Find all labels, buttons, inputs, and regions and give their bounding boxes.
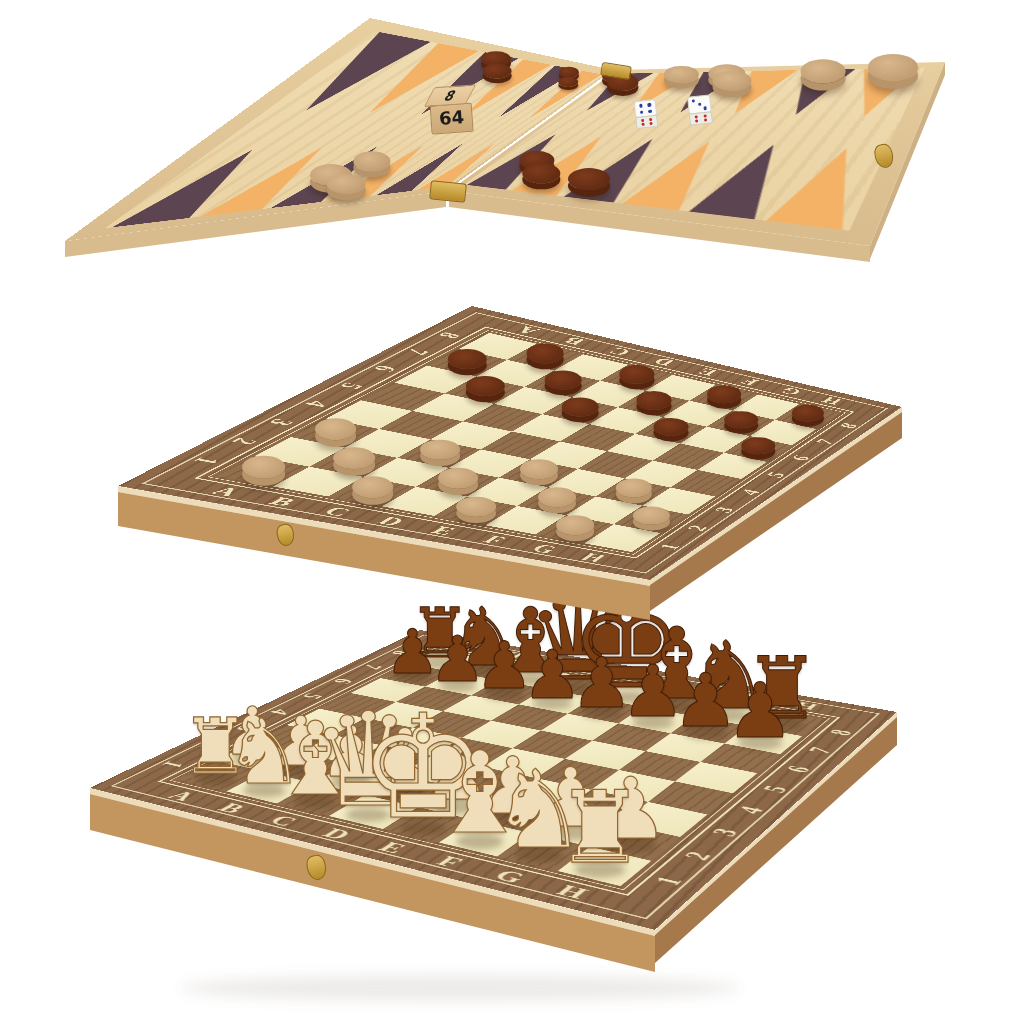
- die-pip: [639, 110, 643, 114]
- die: [634, 99, 659, 129]
- backgammon-checker-dark: [558, 77, 578, 87]
- die: [687, 94, 713, 125]
- product-photo: AA11BB22CC33DD44EE55FF66GG77HH88♜♞♝♛♚♝♞♜…: [0, 0, 1024, 1024]
- die-pip: [704, 118, 707, 121]
- die-pip: [650, 122, 653, 125]
- die-pip: [698, 102, 702, 106]
- backgammon-checker-light: [868, 54, 918, 80]
- backgammon-checker-dark: [483, 63, 512, 78]
- doubling-cube-front-face: 64: [429, 102, 473, 134]
- die-pip: [703, 106, 707, 110]
- backgammon-point: [760, 146, 886, 230]
- die-pip: [694, 115, 697, 118]
- die-pip: [641, 123, 644, 126]
- backgammon-point: [268, 31, 434, 112]
- backgammon-checker-light: [801, 60, 846, 83]
- die-pip: [704, 114, 707, 117]
- doubling-cube: 8 64: [428, 85, 473, 135]
- die-pip: [648, 109, 652, 113]
- backgammon-board-group: [0, 0, 1024, 1024]
- die-pip: [692, 99, 696, 103]
- backgammon-checker-dark: [568, 168, 610, 190]
- brass-hinge-icon: [429, 180, 467, 203]
- backgammon-checker-light: [664, 66, 698, 84]
- die-pip: [648, 103, 652, 107]
- die-pip: [695, 119, 698, 122]
- die-pip: [649, 118, 652, 121]
- die-pip: [640, 118, 643, 121]
- backgammon-checker-light: [327, 174, 366, 194]
- die-pip: [639, 104, 643, 108]
